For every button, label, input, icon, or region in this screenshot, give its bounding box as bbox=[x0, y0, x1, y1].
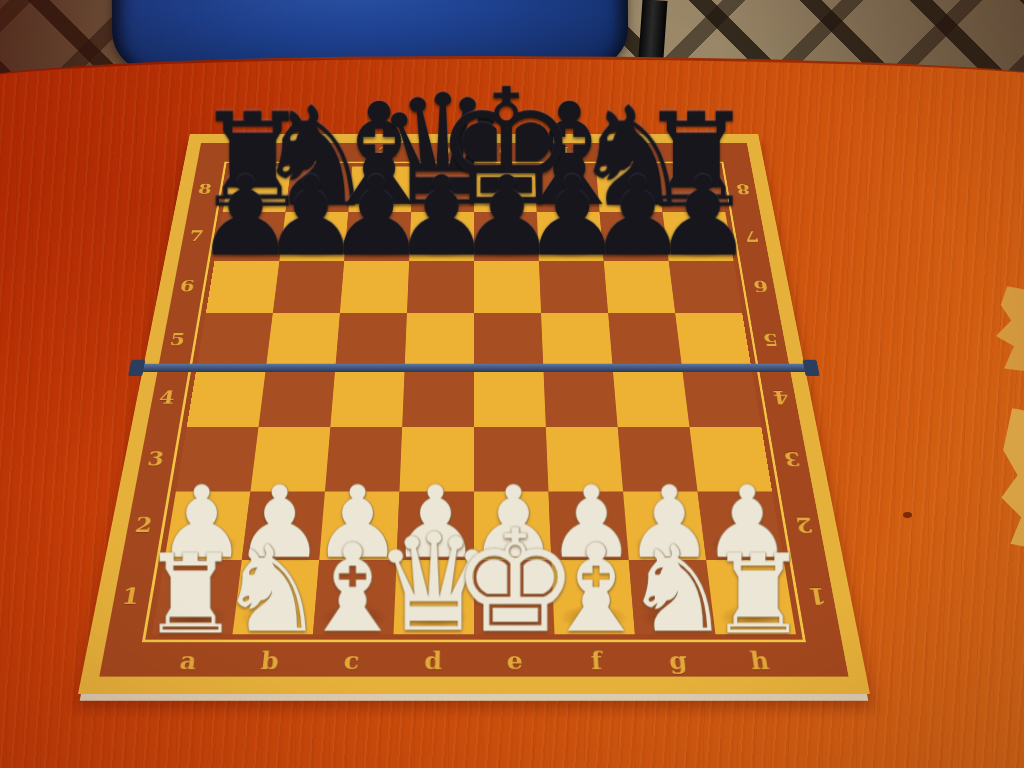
file-label-bottom-f: f bbox=[590, 649, 603, 673]
file-label-bottom-b: b bbox=[260, 649, 280, 673]
file-label-bottom-d: d bbox=[424, 649, 442, 673]
hinge-tab-right bbox=[802, 360, 819, 376]
white-king-e1: ♚ bbox=[451, 511, 578, 653]
square-b4 bbox=[258, 368, 335, 427]
square-h5 bbox=[675, 312, 751, 367]
square-h4 bbox=[682, 368, 761, 427]
square-c5 bbox=[335, 312, 407, 367]
rank-label-left-6: 6 bbox=[179, 278, 196, 294]
square-e5 bbox=[474, 312, 543, 367]
table-speck bbox=[903, 512, 912, 518]
white-knight-g1: ♞ bbox=[623, 531, 730, 650]
square-g5 bbox=[608, 312, 682, 367]
rank-label-right-6: 6 bbox=[752, 278, 769, 294]
board-perspective: ♜♞♝♛♚♝♞♜♟♟♟♟♟♟♟♟♟♟♟♟♟♟♟♟♜♞♝♛♚♝♞♜ aabbccd… bbox=[78, 132, 870, 694]
file-label-bottom-c: c bbox=[343, 649, 360, 673]
square-f4 bbox=[543, 368, 617, 427]
rank-label-left-5: 5 bbox=[168, 331, 186, 348]
square-e4 bbox=[474, 368, 546, 427]
square-b5 bbox=[266, 312, 340, 367]
square-f5 bbox=[541, 312, 613, 367]
photo-scene: ♜♞♝♛♚♝♞♜♟♟♟♟♟♟♟♟♟♟♟♟♟♟♟♟♜♞♝♛♚♝♞♜ aabbccd… bbox=[0, 0, 1024, 768]
square-g4 bbox=[613, 368, 690, 427]
square-a4 bbox=[187, 368, 266, 427]
black-pawn-h7: ♟ bbox=[653, 162, 752, 272]
file-label-bottom-a: a bbox=[178, 649, 198, 673]
file-label-bottom-g: g bbox=[668, 649, 688, 673]
board-grid: ♜♞♝♛♚♝♞♜♟♟♟♟♟♟♟♟♟♟♟♟♟♟♟♟♜♞♝♛♚♝♞♜ bbox=[152, 166, 796, 634]
rank-label-right-4: 4 bbox=[772, 388, 791, 406]
hinge-tab-left bbox=[128, 360, 145, 376]
square-h7: ♟ bbox=[662, 212, 733, 261]
chessboard: ♜♞♝♛♚♝♞♜♟♟♟♟♟♟♟♟♟♟♟♟♟♟♟♟♜♞♝♛♚♝♞♜ aabbccd… bbox=[78, 134, 870, 694]
square-a5 bbox=[197, 312, 273, 367]
rank-label-left-4: 4 bbox=[158, 388, 177, 406]
file-label-bottom-h: h bbox=[749, 649, 771, 673]
rank-label-right-5: 5 bbox=[762, 331, 780, 348]
square-e1: ♚ bbox=[474, 560, 554, 634]
square-g1: ♞ bbox=[629, 560, 716, 634]
square-c4 bbox=[330, 368, 404, 427]
square-d5 bbox=[405, 312, 474, 367]
square-d4 bbox=[402, 368, 474, 427]
